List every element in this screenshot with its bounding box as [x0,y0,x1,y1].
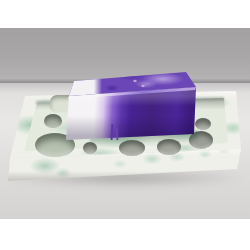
frame-band-bottom [0,219,250,250]
drain-hole-1 [44,114,62,128]
drain-hole-7 [195,118,211,130]
backdrop-wall [0,28,250,83]
frame-band-top [0,0,250,28]
photo-soap-on-dish [0,0,250,250]
